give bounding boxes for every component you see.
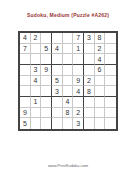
cell-r7c8 xyxy=(95,97,106,108)
given-digit: 2 xyxy=(34,34,38,41)
given-digit: 4 xyxy=(66,98,70,105)
puzzle-title: Sudoku, Medium (Puzzle #A262) xyxy=(0,12,136,18)
cell-r7c6 xyxy=(73,97,84,108)
given-digit: 9 xyxy=(76,77,80,84)
cell-r3c8: 4 xyxy=(95,54,106,65)
cell-r1c5 xyxy=(63,33,74,44)
cell-r7c4 xyxy=(52,97,63,108)
cell-r9c4 xyxy=(52,118,63,129)
cell-r3c3 xyxy=(41,54,52,65)
cell-r8c2 xyxy=(31,108,42,119)
given-digit: 5 xyxy=(55,77,59,84)
given-digit: 9 xyxy=(44,66,48,73)
puzzle-footer: www.PrintSudoku.com xyxy=(0,163,136,168)
cell-r4c7 xyxy=(84,65,95,76)
given-digit: 3 xyxy=(87,34,91,41)
cell-r3c4 xyxy=(52,54,63,65)
cell-r2c8: 2 xyxy=(95,44,106,55)
cell-r9c3 xyxy=(41,118,52,129)
cell-r9c2 xyxy=(31,118,42,129)
cell-r5c3 xyxy=(41,76,52,87)
cell-r1c6: 7 xyxy=(73,33,84,44)
given-digit: 3 xyxy=(76,120,80,127)
cell-r4c6 xyxy=(73,65,84,76)
given-digit: 5 xyxy=(23,120,27,127)
cell-r2c7 xyxy=(84,44,95,55)
cell-r1c9 xyxy=(105,33,116,44)
given-digit: 8 xyxy=(87,88,91,95)
cell-r6c5 xyxy=(63,86,74,97)
cell-r2c4: 4 xyxy=(52,44,63,55)
cell-r1c1: 4 xyxy=(20,33,31,44)
cell-r7c5: 4 xyxy=(63,97,74,108)
cell-r3c5 xyxy=(63,54,74,65)
given-digit: 7 xyxy=(76,34,80,41)
cell-r4c4 xyxy=(52,65,63,76)
cell-r1c2: 2 xyxy=(31,33,42,44)
given-digit: 7 xyxy=(23,45,27,52)
cell-r5c1 xyxy=(20,76,31,87)
given-digit: 3 xyxy=(34,66,38,73)
given-digit: 9 xyxy=(23,109,27,116)
page-root: Sudoku, Medium (Puzzle #A262) 4273875412… xyxy=(0,0,136,176)
cell-r6c6: 4 xyxy=(73,86,84,97)
given-digit: 4 xyxy=(98,56,102,63)
cell-r4c2: 3 xyxy=(31,65,42,76)
cell-r9c6: 3 xyxy=(73,118,84,129)
cell-r4c8: 6 xyxy=(95,65,106,76)
cell-r8c3 xyxy=(41,108,52,119)
cell-r1c4 xyxy=(52,33,63,44)
cell-r3c7 xyxy=(84,54,95,65)
given-digit: 6 xyxy=(98,66,102,73)
given-digit: 8 xyxy=(66,109,70,116)
cell-r1c8: 8 xyxy=(95,33,106,44)
cell-r9c8 xyxy=(95,118,106,129)
cell-r7c9 xyxy=(105,97,116,108)
given-digit: 2 xyxy=(98,45,102,52)
cell-r7c2: 1 xyxy=(31,97,42,108)
cell-r2c3: 5 xyxy=(41,44,52,55)
cell-r4c1 xyxy=(20,65,31,76)
cell-r3c6 xyxy=(73,54,84,65)
cell-r4c5 xyxy=(63,65,74,76)
cell-r2c1: 7 xyxy=(20,44,31,55)
cell-r5c2: 4 xyxy=(31,76,42,87)
cell-r5c8 xyxy=(95,76,106,87)
cell-r7c1 xyxy=(20,97,31,108)
cell-r5c6: 9 xyxy=(73,76,84,87)
cell-r3c9 xyxy=(105,54,116,65)
given-digit: 5 xyxy=(44,45,48,52)
cell-r2c2 xyxy=(31,44,42,55)
cell-r9c9 xyxy=(105,118,116,129)
cell-r1c3 xyxy=(41,33,52,44)
cell-r6c7: 8 xyxy=(84,86,95,97)
sudoku-grid: 4273875412439645923481498253 xyxy=(18,31,118,131)
cell-r5c5 xyxy=(63,76,74,87)
given-digit: 8 xyxy=(98,34,102,41)
cell-r3c2 xyxy=(31,54,42,65)
cell-r6c1 xyxy=(20,86,31,97)
given-digit: 3 xyxy=(55,88,59,95)
cell-r8c5: 8 xyxy=(63,108,74,119)
cell-r4c3: 9 xyxy=(41,65,52,76)
cell-r9c1: 5 xyxy=(20,118,31,129)
cell-r6c9 xyxy=(105,86,116,97)
cell-r5c4: 5 xyxy=(52,76,63,87)
cell-r2c5 xyxy=(63,44,74,55)
given-digit: 4 xyxy=(34,77,38,84)
cell-r3c1 xyxy=(20,54,31,65)
cell-r6c4: 3 xyxy=(52,86,63,97)
given-digit: 1 xyxy=(76,45,80,52)
cell-r7c3 xyxy=(41,97,52,108)
given-digit: 4 xyxy=(55,45,59,52)
cell-r5c9 xyxy=(105,76,116,87)
cell-r9c5 xyxy=(63,118,74,129)
cell-r1c7: 3 xyxy=(84,33,95,44)
cell-r6c3 xyxy=(41,86,52,97)
given-digit: 2 xyxy=(87,77,91,84)
cell-r8c8 xyxy=(95,108,106,119)
cell-r2c6: 1 xyxy=(73,44,84,55)
given-digit: 4 xyxy=(23,34,27,41)
cell-r8c9 xyxy=(105,108,116,119)
cell-r8c1: 9 xyxy=(20,108,31,119)
cell-r6c2 xyxy=(31,86,42,97)
cell-r9c7 xyxy=(84,118,95,129)
cell-r8c4 xyxy=(52,108,63,119)
cell-r2c9 xyxy=(105,44,116,55)
given-digit: 2 xyxy=(76,109,80,116)
given-digit: 1 xyxy=(34,98,38,105)
cell-r4c9 xyxy=(105,65,116,76)
cell-r6c8 xyxy=(95,86,106,97)
given-digit: 4 xyxy=(76,88,80,95)
cell-r5c7: 2 xyxy=(84,76,95,87)
cell-r7c7 xyxy=(84,97,95,108)
cell-r8c6: 2 xyxy=(73,108,84,119)
cell-r8c7 xyxy=(84,108,95,119)
